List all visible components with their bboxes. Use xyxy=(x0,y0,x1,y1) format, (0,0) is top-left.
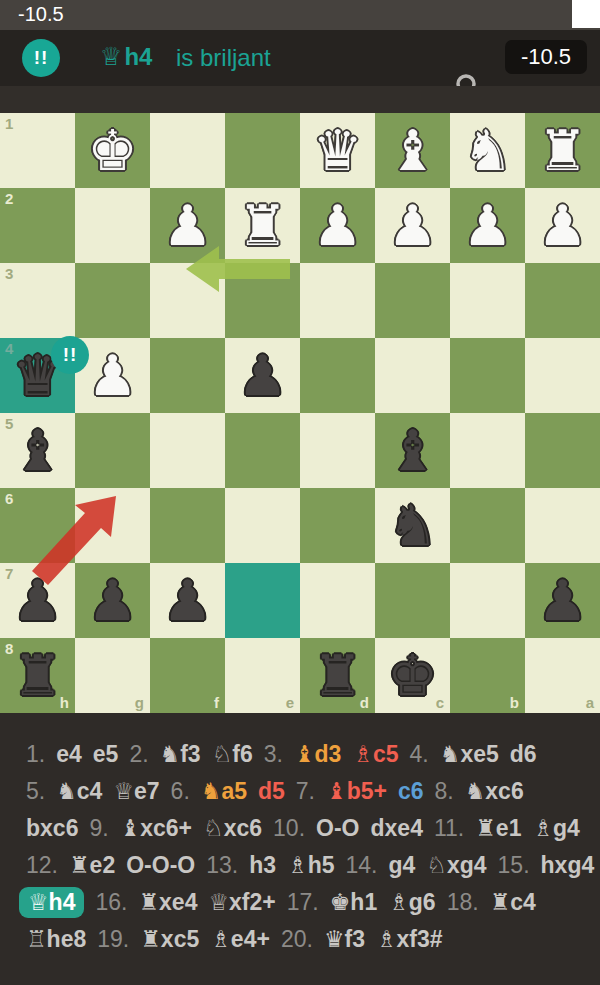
square-f6[interactable] xyxy=(150,488,225,563)
system-corner-rect xyxy=(572,0,600,28)
move-token[interactable]: ♘xc6 xyxy=(203,815,262,842)
chess-board[interactable]: 1♚♛♝♞♜2♟♜♟♟♟♟34♛♟♟5♝♝6♞7♟♟♟♟8h♜gfed♜c♚ba… xyxy=(0,113,600,713)
square-d2[interactable]: ♟ xyxy=(300,188,375,263)
square-b4[interactable] xyxy=(450,338,525,413)
move-token[interactable]: ♗e4+ xyxy=(210,926,270,953)
move-number: 5. xyxy=(26,778,45,805)
move-number: 7. xyxy=(296,778,315,805)
move-number: 12. xyxy=(26,852,58,879)
black-pawn-a7[interactable]: ♟ xyxy=(537,563,587,638)
move-line-5: ♕h416.♜xe4♕xf2+17.♚h1♗g618.♜c4 xyxy=(26,884,600,921)
square-a5[interactable] xyxy=(525,413,600,488)
move-number: 14. xyxy=(345,852,377,879)
move-number: 1. xyxy=(26,741,45,768)
white-pawn-a2[interactable]: ♟ xyxy=(537,188,587,263)
brilliant-square-badge: !! xyxy=(51,336,89,374)
black-king-c8[interactable]: ♚ xyxy=(387,638,437,713)
move-number: 2. xyxy=(129,741,148,768)
black-knight-c6[interactable]: ♞ xyxy=(387,488,437,563)
square-f3[interactable] xyxy=(150,263,225,338)
square-c2[interactable]: ♟ xyxy=(375,188,450,263)
move-token[interactable]: ♜xc5 xyxy=(140,926,199,953)
black-pawn-e4[interactable]: ♟ xyxy=(237,338,287,413)
move-number: 20. xyxy=(281,926,313,953)
white-pawn-f2[interactable]: ♟ xyxy=(162,188,212,263)
rank-label-2: 2 xyxy=(5,191,13,206)
square-a6[interactable] xyxy=(525,488,600,563)
move-number: 3. xyxy=(264,741,283,768)
status-eval-text: -10.5 xyxy=(18,3,64,26)
move-token[interactable]: ♞xe5 xyxy=(440,741,499,768)
square-b1[interactable]: ♞ xyxy=(450,113,525,188)
move-token[interactable]: ♝xc6+ xyxy=(120,815,192,842)
move-token[interactable]: O-O xyxy=(316,815,359,842)
file-label-d: d xyxy=(360,695,369,710)
move-token[interactable]: ♜xe4 xyxy=(138,889,197,916)
move-token[interactable]: ♚h1 xyxy=(330,889,377,916)
black-rook-d8[interactable]: ♜ xyxy=(312,638,362,713)
move-token[interactable]: O-O-O xyxy=(126,852,195,879)
move-line-2: 5.♞c4♕e76.♞a5d57.♝b5+c68.♞xc6 xyxy=(26,773,600,810)
move-token[interactable]: ♖he8 xyxy=(26,926,86,953)
square-f7[interactable]: ♟ xyxy=(150,563,225,638)
square-b6[interactable] xyxy=(450,488,525,563)
square-b8[interactable]: b xyxy=(450,638,525,713)
move-token[interactable]: ♗g6 xyxy=(388,889,435,916)
square-e7[interactable] xyxy=(225,563,300,638)
square-g3[interactable] xyxy=(75,263,150,338)
square-b2[interactable]: ♟ xyxy=(450,188,525,263)
square-h3[interactable]: 3 xyxy=(0,263,75,338)
square-b3[interactable] xyxy=(450,263,525,338)
move-number: 11. xyxy=(434,815,464,842)
square-a1[interactable]: ♜ xyxy=(525,113,600,188)
move-token[interactable]: bxc6 xyxy=(26,815,78,842)
square-h8[interactable]: 8h♜ xyxy=(0,638,75,713)
file-label-a: a xyxy=(586,695,594,710)
white-knight-b1[interactable]: ♞ xyxy=(462,113,512,188)
rank-label-4: 4 xyxy=(5,341,13,356)
move-token[interactable]: d5 xyxy=(258,778,285,805)
move-token[interactable]: e4 xyxy=(56,741,82,768)
square-d5[interactable] xyxy=(300,413,375,488)
brilliant-badge-icon: !! xyxy=(22,39,60,77)
square-h5[interactable]: 5♝ xyxy=(0,413,75,488)
move-token[interactable]: dxe4 xyxy=(371,815,423,842)
move-token[interactable]: ♗xf3# xyxy=(376,926,443,953)
white-bishop-c1[interactable]: ♝ xyxy=(387,113,437,188)
eval-badge: -10.5 xyxy=(505,40,587,74)
square-e8[interactable]: e xyxy=(225,638,300,713)
rank-label-8: 8 xyxy=(5,641,13,656)
square-c3[interactable] xyxy=(375,263,450,338)
move-token[interactable]: ♕xf2+ xyxy=(208,889,275,916)
move-number: 19. xyxy=(97,926,129,953)
move-token[interactable]: hxg4 xyxy=(541,852,595,879)
move-token[interactable]: ♝d3 xyxy=(294,741,341,768)
square-g8[interactable]: g xyxy=(75,638,150,713)
move-token[interactable]: ♜e1 xyxy=(475,815,521,842)
move-number: 17. xyxy=(287,889,319,916)
black-bishop-c5[interactable]: ♝ xyxy=(387,413,437,488)
move-token[interactable]: d6 xyxy=(510,741,537,768)
header-move: ♕ h4 xyxy=(100,42,152,71)
move-token[interactable]: ♘xg4 xyxy=(426,852,486,879)
queen-icon: ♕ xyxy=(100,42,122,71)
black-pawn-h7[interactable]: ♟ xyxy=(12,563,62,638)
white-pawn-d2[interactable]: ♟ xyxy=(312,188,362,263)
black-bishop-h5[interactable]: ♝ xyxy=(12,413,62,488)
square-d7[interactable] xyxy=(300,563,375,638)
move-token[interactable]: ♗h5 xyxy=(287,852,334,879)
square-a2[interactable]: ♟ xyxy=(525,188,600,263)
square-a7[interactable]: ♟ xyxy=(525,563,600,638)
square-c1[interactable]: ♝ xyxy=(375,113,450,188)
move-number: 18. xyxy=(447,889,479,916)
move-token[interactable]: ♘f6 xyxy=(212,741,253,768)
move-token[interactable]: e5 xyxy=(93,741,119,768)
square-d1[interactable]: ♛ xyxy=(300,113,375,188)
file-label-f: f xyxy=(214,695,219,710)
white-pawn-c2[interactable]: ♟ xyxy=(387,188,437,263)
file-label-c: c xyxy=(436,695,444,710)
square-f8[interactable]: f xyxy=(150,638,225,713)
square-h1[interactable]: 1 xyxy=(0,113,75,188)
square-g2[interactable] xyxy=(75,188,150,263)
rank-label-1: 1 xyxy=(5,116,13,131)
square-g5[interactable] xyxy=(75,413,150,488)
move-line-6: ♖he819.♜xc5♗e4+20.♛f3♗xf3# xyxy=(26,921,600,958)
square-c4[interactable] xyxy=(375,338,450,413)
rank-label-3: 3 xyxy=(5,266,13,281)
square-h7[interactable]: 7♟ xyxy=(0,563,75,638)
move-line-1: 1.e4e52.♞f3♘f63.♝d3♗c54.♞xe5d6 xyxy=(26,736,600,773)
square-d6[interactable] xyxy=(300,488,375,563)
square-d3[interactable] xyxy=(300,263,375,338)
brilliant-badge-text: !! xyxy=(34,47,49,69)
square-g7[interactable]: ♟ xyxy=(75,563,150,638)
square-h6[interactable]: 6 xyxy=(0,488,75,563)
square-a8[interactable]: a xyxy=(525,638,600,713)
square-c5[interactable]: ♝ xyxy=(375,413,450,488)
file-label-h: h xyxy=(60,695,69,710)
move-token[interactable]: ♕e7 xyxy=(113,778,159,805)
square-d8[interactable]: d♜ xyxy=(300,638,375,713)
move-token[interactable]: ♗c5 xyxy=(352,741,398,768)
square-e4[interactable]: ♟ xyxy=(225,338,300,413)
square-f2[interactable]: ♟ xyxy=(150,188,225,263)
rank-label-7: 7 xyxy=(5,566,13,581)
eval-badge-text: -10.5 xyxy=(521,44,571,70)
square-h2[interactable]: 2 xyxy=(0,188,75,263)
square-f1[interactable] xyxy=(150,113,225,188)
header-caption: is briljant xyxy=(176,44,271,72)
square-c8[interactable]: c♚ xyxy=(375,638,450,713)
move-line-4: 12.♜e2O-O-O13.h3♗h514.g4♘xg415.hxg4 xyxy=(26,847,600,884)
header-bar: !! ♕ h4 is briljant -10.5 xyxy=(0,30,600,86)
black-pawn-f7[interactable]: ♟ xyxy=(162,563,212,638)
brilliant-square-badge-text: !! xyxy=(63,344,78,366)
move-token[interactable]: c6 xyxy=(398,778,424,805)
square-g1[interactable]: ♚ xyxy=(75,113,150,188)
move-token[interactable]: ♞c4 xyxy=(56,778,102,805)
move-token[interactable]: ♕h4 xyxy=(19,887,84,918)
square-c7[interactable] xyxy=(375,563,450,638)
move-token[interactable]: ♞f3 xyxy=(160,741,201,768)
square-e5[interactable] xyxy=(225,413,300,488)
move-number: 4. xyxy=(410,741,429,768)
square-f4[interactable] xyxy=(150,338,225,413)
move-token[interactable]: ♝b5+ xyxy=(326,778,387,805)
move-token[interactable]: g4 xyxy=(388,852,415,879)
move-number: 13. xyxy=(206,852,238,879)
square-c6[interactable]: ♞ xyxy=(375,488,450,563)
move-number: 9. xyxy=(89,815,108,842)
move-token[interactable]: ♛f3 xyxy=(324,926,365,953)
square-e1[interactable] xyxy=(225,113,300,188)
file-label-b: b xyxy=(510,695,519,710)
square-a3[interactable] xyxy=(525,263,600,338)
black-rook-h8[interactable]: ♜ xyxy=(12,638,62,713)
chess-analysis-screen: -10.5 !! ♕ h4 is briljant -10.5 1♚♛♝♞♜2♟… xyxy=(0,0,600,985)
square-f5[interactable] xyxy=(150,413,225,488)
move-line-3: bxc69.♝xc6+♘xc610.O-Odxe411.♜e1♗g4 xyxy=(26,810,600,847)
white-king-g1[interactable]: ♚ xyxy=(87,113,137,188)
rank-label-5: 5 xyxy=(5,416,13,431)
move-token[interactable]: ♞xc6 xyxy=(465,778,524,805)
move-list: 1.e4e52.♞f3♘f63.♝d3♗c54.♞xe5d65.♞c4♕e76.… xyxy=(0,713,600,985)
move-token[interactable]: ♗g4 xyxy=(532,815,579,842)
move-number: 10. xyxy=(273,815,305,842)
square-a4[interactable] xyxy=(525,338,600,413)
rank-label-6: 6 xyxy=(5,491,13,506)
move-number: 6. xyxy=(171,778,190,805)
square-e3[interactable] xyxy=(225,263,300,338)
move-number: 16. xyxy=(95,889,127,916)
square-b7[interactable] xyxy=(450,563,525,638)
black-pawn-g7[interactable]: ♟ xyxy=(87,563,137,638)
square-b5[interactable] xyxy=(450,413,525,488)
square-g6[interactable] xyxy=(75,488,150,563)
square-e2[interactable]: ♜ xyxy=(225,188,300,263)
file-label-g: g xyxy=(135,695,144,710)
move-token[interactable]: ♜e2 xyxy=(69,852,115,879)
move-token[interactable]: h3 xyxy=(249,852,276,879)
header-move-square: h4 xyxy=(124,43,152,71)
square-e6[interactable] xyxy=(225,488,300,563)
move-token[interactable]: ♜c4 xyxy=(490,889,536,916)
file-label-e: e xyxy=(286,695,294,710)
spacer-strip xyxy=(0,86,600,113)
white-pawn-b2[interactable]: ♟ xyxy=(462,188,512,263)
white-pawn-g4[interactable]: ♟ xyxy=(87,338,137,413)
white-rook-a1[interactable]: ♜ xyxy=(537,113,587,188)
white-rook-e2[interactable]: ♜ xyxy=(237,188,287,263)
move-number: 15. xyxy=(498,852,530,879)
square-d4[interactable] xyxy=(300,338,375,413)
move-token[interactable]: ♞a5 xyxy=(201,778,247,805)
white-queen-d1[interactable]: ♛ xyxy=(312,113,362,188)
move-number: 8. xyxy=(435,778,454,805)
status-bar: -10.5 xyxy=(0,0,600,30)
